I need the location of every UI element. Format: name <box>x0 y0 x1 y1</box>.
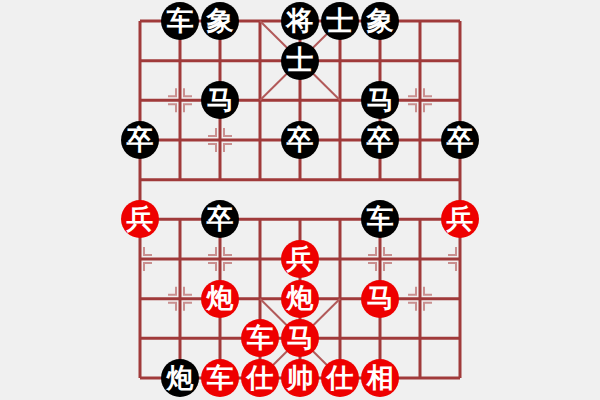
piece-red-horse[interactable]: 马 <box>281 319 319 357</box>
piece-red-advisor[interactable]: 仕 <box>321 359 359 397</box>
piece-red-chariot[interactable]: 车 <box>241 319 279 357</box>
xiangqi-board: 车象将士象士马马卒卒卒卒兵卒车兵兵炮炮马车马炮车仕帅仕相 <box>0 0 600 400</box>
piece-red-cannon[interactable]: 炮 <box>281 280 319 318</box>
piece-black-pawn[interactable]: 卒 <box>441 121 479 159</box>
piece-red-cannon[interactable]: 炮 <box>201 280 239 318</box>
piece-black-pawn[interactable]: 卒 <box>281 121 319 159</box>
piece-black-elephant[interactable]: 象 <box>361 2 399 40</box>
piece-black-pawn[interactable]: 卒 <box>201 200 239 238</box>
piece-black-pawn[interactable]: 卒 <box>361 121 399 159</box>
piece-black-advisor[interactable]: 士 <box>281 42 319 80</box>
piece-black-horse[interactable]: 马 <box>361 81 399 119</box>
piece-black-chariot[interactable]: 车 <box>361 200 399 238</box>
piece-red-pawn[interactable]: 兵 <box>121 200 159 238</box>
piece-red-elephant[interactable]: 相 <box>361 359 399 397</box>
piece-red-chariot[interactable]: 车 <box>201 359 239 397</box>
piece-red-king[interactable]: 帅 <box>281 359 319 397</box>
piece-black-advisor[interactable]: 士 <box>321 2 359 40</box>
piece-black-horse[interactable]: 马 <box>201 81 239 119</box>
piece-black-cannon[interactable]: 炮 <box>161 359 199 397</box>
piece-red-pawn[interactable]: 兵 <box>441 200 479 238</box>
piece-red-advisor[interactable]: 仕 <box>241 359 279 397</box>
piece-black-chariot[interactable]: 车 <box>161 2 199 40</box>
piece-red-pawn[interactable]: 兵 <box>281 240 319 278</box>
piece-black-king[interactable]: 将 <box>281 2 319 40</box>
piece-black-pawn[interactable]: 卒 <box>121 121 159 159</box>
piece-red-horse[interactable]: 马 <box>361 280 399 318</box>
piece-black-elephant[interactable]: 象 <box>201 2 239 40</box>
